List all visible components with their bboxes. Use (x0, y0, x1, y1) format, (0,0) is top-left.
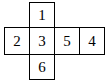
net-cell-face-1: 1 (29, 2, 55, 28)
net-cell-face-4: 4 (79, 27, 105, 55)
net-cell-face-5: 5 (54, 27, 80, 55)
cube-net-board: 1 2 3 5 4 6 (0, 0, 108, 83)
net-cell-face-3: 3 (29, 27, 55, 55)
net-cell-face-2: 2 (4, 27, 30, 55)
net-cell-face-6: 6 (29, 54, 55, 80)
